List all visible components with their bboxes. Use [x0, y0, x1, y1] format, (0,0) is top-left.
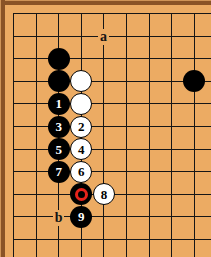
point-label-a[interactable]: a [98, 29, 109, 45]
red-circle-marker-icon [75, 188, 88, 201]
white-stone-6[interactable]: 6 [70, 161, 92, 183]
board-edge-top [0, 1, 211, 5]
white-stone-2[interactable]: 2 [70, 116, 92, 138]
black-stone-7[interactable]: 7 [48, 161, 70, 183]
black-stone[interactable] [48, 70, 70, 92]
go-board: 123456789ab [0, 0, 211, 257]
black-stone-1[interactable]: 1 [48, 93, 70, 115]
board-edge-left [1, 0, 5, 257]
black-stone-5[interactable]: 5 [48, 138, 70, 160]
point-label-b[interactable]: b [53, 210, 65, 226]
black-stone[interactable] [48, 48, 70, 70]
black-stone-3[interactable]: 3 [48, 116, 70, 138]
grid-lines [13, 13, 211, 257]
